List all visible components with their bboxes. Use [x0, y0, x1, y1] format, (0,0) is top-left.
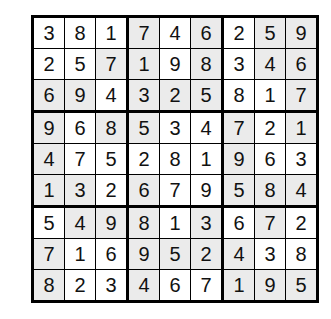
- cell-r2c7[interactable]: 3: [224, 49, 255, 80]
- cell-r8c7[interactable]: 4: [224, 239, 255, 270]
- cell-r2c3[interactable]: 7: [96, 49, 129, 80]
- cell-r4c9[interactable]: 1: [286, 113, 316, 144]
- cell-r8c8[interactable]: 3: [255, 239, 286, 270]
- cell-r4c8[interactable]: 2: [255, 113, 286, 144]
- cell-r3c9[interactable]: 7: [286, 80, 316, 113]
- cell-r2c6[interactable]: 8: [191, 49, 224, 80]
- cell-r4c7[interactable]: 7: [224, 113, 255, 144]
- cell-r6c1[interactable]: 1: [34, 175, 65, 208]
- cell-r5c3[interactable]: 5: [96, 144, 129, 175]
- cell-r7c6[interactable]: 3: [191, 208, 224, 239]
- cell-r9c1[interactable]: 8: [34, 270, 65, 300]
- cell-r3c4[interactable]: 3: [129, 80, 160, 113]
- cell-r4c5[interactable]: 3: [160, 113, 191, 144]
- cell-r5c8[interactable]: 6: [255, 144, 286, 175]
- cell-r9c7[interactable]: 1: [224, 270, 255, 300]
- cell-r2c4[interactable]: 1: [129, 49, 160, 80]
- cell-r8c9[interactable]: 8: [286, 239, 316, 270]
- cell-r7c8[interactable]: 7: [255, 208, 286, 239]
- cell-r8c6[interactable]: 2: [191, 239, 224, 270]
- cell-r4c6[interactable]: 4: [191, 113, 224, 144]
- cell-r3c3[interactable]: 4: [96, 80, 129, 113]
- cell-r7c5[interactable]: 1: [160, 208, 191, 239]
- cell-r4c3[interactable]: 8: [96, 113, 129, 144]
- cell-r8c3[interactable]: 6: [96, 239, 129, 270]
- cell-r6c5[interactable]: 7: [160, 175, 191, 208]
- sudoku-board: 3817462592571983466943258179685347214752…: [31, 15, 319, 303]
- cell-r5c7[interactable]: 9: [224, 144, 255, 175]
- cell-r1c9[interactable]: 9: [286, 18, 316, 49]
- cell-r6c2[interactable]: 3: [65, 175, 96, 208]
- cell-r3c2[interactable]: 9: [65, 80, 96, 113]
- cell-r1c1[interactable]: 3: [34, 18, 65, 49]
- cell-r3c8[interactable]: 1: [255, 80, 286, 113]
- cell-r5c9[interactable]: 3: [286, 144, 316, 175]
- cell-r6c4[interactable]: 6: [129, 175, 160, 208]
- sudoku-screen: 3817462592571983466943258179685347214752…: [0, 0, 331, 319]
- cell-r2c9[interactable]: 6: [286, 49, 316, 80]
- cell-r5c6[interactable]: 1: [191, 144, 224, 175]
- cell-r2c8[interactable]: 4: [255, 49, 286, 80]
- cell-r8c1[interactable]: 7: [34, 239, 65, 270]
- cell-r2c5[interactable]: 9: [160, 49, 191, 80]
- cell-r7c2[interactable]: 4: [65, 208, 96, 239]
- cell-r8c2[interactable]: 1: [65, 239, 96, 270]
- cell-r7c3[interactable]: 9: [96, 208, 129, 239]
- cell-r5c2[interactable]: 7: [65, 144, 96, 175]
- cell-r9c6[interactable]: 7: [191, 270, 224, 300]
- cell-r7c4[interactable]: 8: [129, 208, 160, 239]
- cell-r1c5[interactable]: 4: [160, 18, 191, 49]
- cell-r9c3[interactable]: 3: [96, 270, 129, 300]
- cell-r1c8[interactable]: 5: [255, 18, 286, 49]
- cell-r1c3[interactable]: 1: [96, 18, 129, 49]
- cell-r9c8[interactable]: 9: [255, 270, 286, 300]
- cell-r4c2[interactable]: 6: [65, 113, 96, 144]
- cell-r1c6[interactable]: 6: [191, 18, 224, 49]
- cell-r8c4[interactable]: 9: [129, 239, 160, 270]
- cell-r2c1[interactable]: 2: [34, 49, 65, 80]
- cell-r5c5[interactable]: 8: [160, 144, 191, 175]
- cell-r9c2[interactable]: 2: [65, 270, 96, 300]
- cell-r1c4[interactable]: 7: [129, 18, 160, 49]
- cell-r6c6[interactable]: 9: [191, 175, 224, 208]
- cell-r9c9[interactable]: 5: [286, 270, 316, 300]
- cell-r6c3[interactable]: 2: [96, 175, 129, 208]
- cell-r7c7[interactable]: 6: [224, 208, 255, 239]
- cell-r1c2[interactable]: 8: [65, 18, 96, 49]
- cell-r7c9[interactable]: 2: [286, 208, 316, 239]
- cell-r5c4[interactable]: 2: [129, 144, 160, 175]
- cell-r7c1[interactable]: 5: [34, 208, 65, 239]
- cell-r6c9[interactable]: 4: [286, 175, 316, 208]
- cell-r4c1[interactable]: 9: [34, 113, 65, 144]
- cell-r5c1[interactable]: 4: [34, 144, 65, 175]
- cell-r3c6[interactable]: 5: [191, 80, 224, 113]
- cell-r6c7[interactable]: 5: [224, 175, 255, 208]
- cell-r9c4[interactable]: 4: [129, 270, 160, 300]
- cell-r3c7[interactable]: 8: [224, 80, 255, 113]
- cell-r3c5[interactable]: 2: [160, 80, 191, 113]
- cell-r8c5[interactable]: 5: [160, 239, 191, 270]
- cell-r2c2[interactable]: 5: [65, 49, 96, 80]
- cell-r4c4[interactable]: 5: [129, 113, 160, 144]
- cell-r6c8[interactable]: 8: [255, 175, 286, 208]
- cell-r9c5[interactable]: 6: [160, 270, 191, 300]
- cell-r3c1[interactable]: 6: [34, 80, 65, 113]
- cell-r1c7[interactable]: 2: [224, 18, 255, 49]
